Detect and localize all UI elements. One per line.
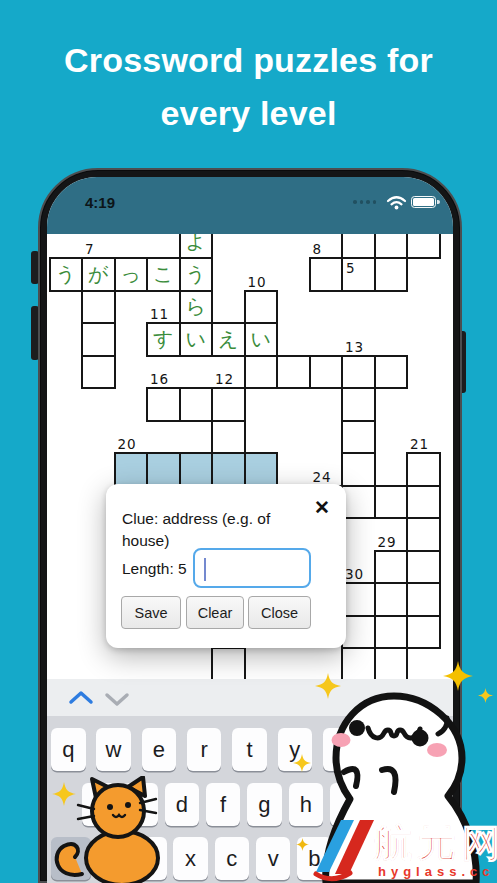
cell-letter: ら (186, 293, 206, 320)
key-g[interactable]: g (247, 783, 282, 826)
clue-number: 11 (150, 306, 169, 322)
grid-cell[interactable] (211, 647, 246, 682)
grid-cell[interactable] (81, 355, 116, 390)
grid-cell[interactable] (341, 387, 376, 422)
key-o[interactable]: o (413, 728, 448, 771)
key-f[interactable]: f (206, 783, 241, 826)
grid-cell[interactable] (406, 582, 441, 617)
key-y[interactable]: y (278, 728, 313, 771)
clue-number: 13 (345, 339, 364, 355)
clue-number: 7 (85, 241, 95, 257)
chevron-up-icon[interactable] (67, 688, 95, 707)
cell-letter: う (186, 261, 206, 288)
shift-key[interactable]: ⇧ (51, 837, 91, 880)
grid-cell[interactable]: う (179, 257, 214, 292)
clue-number: 5 (346, 260, 356, 276)
grid-cell[interactable] (341, 452, 376, 487)
key-t[interactable]: t (232, 728, 267, 771)
grid-cell[interactable] (341, 420, 376, 455)
answer-input[interactable] (193, 548, 311, 588)
clue-number: 12 (215, 371, 234, 387)
grid-cell[interactable] (81, 322, 116, 357)
grid-cell[interactable] (341, 615, 376, 650)
close-button[interactable]: Close (248, 596, 311, 629)
clue-number: 21 (410, 436, 429, 452)
key-v[interactable]: v (256, 837, 291, 880)
key-s[interactable]: s (123, 783, 158, 826)
grid-cell[interactable] (374, 647, 409, 682)
wifi-icon (386, 195, 407, 210)
phone-frame: ようがっこうらすいえい78510111316122021242930 4:19 … (38, 168, 462, 883)
cell-letter: い (186, 326, 206, 353)
key-w[interactable]: w (96, 728, 131, 771)
clue-number: 16 (150, 371, 169, 387)
key-i[interactable]: i (368, 728, 403, 771)
grid-cell[interactable] (406, 452, 441, 487)
grid-cell[interactable]: い (179, 322, 214, 357)
clue-number: 30 (345, 566, 364, 582)
grid-cell[interactable] (244, 355, 279, 390)
key-e[interactable]: e (142, 728, 177, 771)
save-button[interactable]: Save (121, 596, 181, 629)
clue-number: 24 (313, 469, 332, 485)
grid-cell[interactable] (211, 387, 246, 422)
grid-cell[interactable]: す (146, 322, 181, 357)
grid-cell[interactable] (374, 257, 409, 292)
clue-number: 10 (248, 274, 267, 290)
grid-cell[interactable] (146, 452, 181, 487)
grid-cell[interactable]: っ (114, 257, 149, 292)
grid-cell[interactable]: う (49, 257, 84, 292)
clue-text: Clue: address (e.g. of house) (122, 508, 300, 551)
grid-cell[interactable] (211, 420, 246, 455)
grid-cell[interactable] (374, 550, 409, 585)
clear-button[interactable]: Clear (186, 596, 244, 629)
length-label: Length: 5 (122, 560, 187, 578)
key-x[interactable]: x (173, 837, 208, 880)
grid-cell[interactable]: ら (179, 290, 214, 325)
key-r[interactable]: r (187, 728, 222, 771)
grid-cell[interactable] (309, 355, 344, 390)
watermark-subtitle: hyglass.cc (378, 864, 495, 879)
cell-letter: が (88, 261, 108, 288)
grid-cell[interactable] (374, 355, 409, 390)
grid-cell[interactable]: が (81, 257, 116, 292)
grid-cell[interactable] (81, 290, 116, 325)
grid-cell[interactable] (406, 550, 441, 585)
grid-cell[interactable] (406, 517, 441, 552)
grid-cell[interactable] (341, 647, 376, 682)
grid-cell[interactable] (374, 615, 409, 650)
text-caret (204, 558, 206, 581)
cell-letter: こ (153, 261, 173, 288)
grid-cell[interactable]: え (211, 322, 246, 357)
grid-cell[interactable] (341, 582, 376, 617)
cell-letter: す (153, 326, 173, 353)
clock: 4:19 (85, 194, 115, 211)
phone-screen: ようがっこうらすいえい78510111316122021242930 4:19 … (47, 177, 453, 883)
cell-letter: え (218, 326, 238, 353)
grid-cell[interactable] (341, 355, 376, 390)
grid-cell[interactable] (374, 485, 409, 520)
battery-icon (411, 196, 436, 208)
key-d[interactable]: d (165, 783, 200, 826)
grid-cell[interactable] (406, 615, 441, 650)
cell-letter: う (56, 261, 76, 288)
status-bar: 4:19 (47, 177, 453, 234)
key-q[interactable]: q (51, 728, 86, 771)
grid-cell[interactable] (341, 485, 376, 520)
key-z[interactable]: z (132, 837, 167, 880)
cell-letter: い (251, 326, 271, 353)
grid-cell[interactable] (406, 485, 441, 520)
clue-number: 8 (313, 241, 323, 257)
grid-cell[interactable] (309, 257, 344, 292)
grid-cell[interactable] (179, 452, 214, 487)
app-store-screenshot: Crossword puzzles for every level ようがっこう… (0, 0, 497, 883)
grid-cell[interactable] (244, 290, 279, 325)
key-a[interactable]: a (82, 783, 117, 826)
sparkle-icon (478, 688, 493, 703)
chevron-down-icon[interactable] (103, 690, 131, 709)
grid-cell[interactable] (211, 452, 246, 487)
clue-number: 20 (118, 436, 137, 452)
clue-number: 29 (378, 534, 397, 550)
grid-cell[interactable] (374, 582, 409, 617)
watermark-logo: 航元网 hyglass.cc (302, 810, 497, 883)
grid-cell[interactable] (146, 387, 181, 422)
grid-cell[interactable] (179, 387, 214, 422)
grid-cell[interactable]: こ (146, 257, 181, 292)
key-c[interactable]: c (215, 837, 250, 880)
keyboard-accessory-bar (47, 679, 453, 716)
key-u[interactable]: u (323, 728, 358, 771)
grid-cell[interactable] (114, 452, 149, 487)
grid-cell[interactable] (276, 355, 311, 390)
cell-letter: っ (121, 261, 141, 288)
grid-cell[interactable]: い (244, 322, 279, 357)
watermark-title: 航元网 (373, 822, 497, 864)
page-title: Crossword puzzles for every level (38, 34, 459, 139)
close-icon[interactable]: ✕ (314, 498, 330, 517)
clue-dialog: ✕ Clue: address (e.g. of house) Length: … (106, 484, 346, 648)
signal-dots-icon (353, 200, 379, 204)
grid-cell[interactable] (244, 452, 279, 487)
